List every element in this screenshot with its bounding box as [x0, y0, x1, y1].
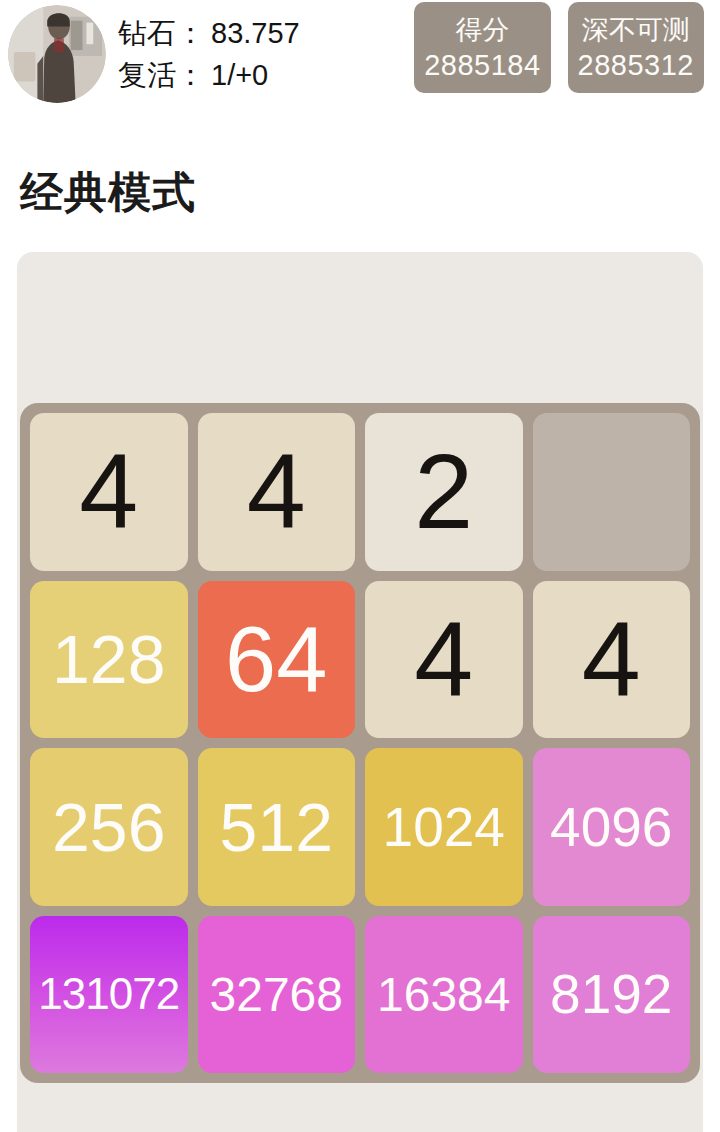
tile-16384-r4c3: 16384: [365, 916, 523, 1074]
tile-4096-r3c4: 4096: [533, 748, 691, 906]
tile-4-r1c2: 4: [198, 413, 356, 571]
tile-4-r1c1: 4: [30, 413, 188, 571]
tile-128-r2c1: 128: [30, 581, 188, 739]
tile-256-r3c1: 256: [30, 748, 188, 906]
rank-badge-value: 2885312: [578, 47, 694, 83]
revive-value: 1/+0: [211, 54, 268, 96]
rank-badge-label: 深不可测: [582, 13, 690, 47]
tile-4-r2c4: 4: [533, 581, 691, 739]
revive-label: 复活：: [118, 54, 205, 96]
score-badge-value: 2885184: [424, 47, 540, 83]
diamond-row: 钻石： 83.757: [118, 12, 300, 54]
tile-64-r2c2: 64: [198, 581, 356, 739]
avatar[interactable]: [8, 5, 106, 103]
tile-4-r2c3: 4: [365, 581, 523, 739]
tile-131072-r4c1: 131072: [30, 916, 188, 1074]
empty-cell-r1c4: [533, 413, 691, 571]
tile-32768-r4c2: 32768: [198, 916, 356, 1074]
tile-1024-r3c3: 1024: [365, 748, 523, 906]
board[interactable]: 4421286444256512102440961310723276816384…: [20, 403, 700, 1083]
tile-8192-r4c4: 8192: [533, 916, 691, 1074]
rank-badge: 深不可测 2885312: [568, 2, 704, 93]
tile-2-r1c3: 2: [365, 413, 523, 571]
revive-row: 复活： 1/+0: [118, 54, 300, 96]
score-badge: 得分 2885184: [414, 2, 550, 93]
mode-title: 经典模式: [20, 164, 196, 222]
score-badges: 得分 2885184 深不可测 2885312: [414, 2, 704, 93]
tile-512-r3c2: 512: [198, 748, 356, 906]
diamond-value: 83.757: [211, 12, 300, 54]
avatar-image: [8, 5, 106, 103]
player-stats: 钻石： 83.757 复活： 1/+0: [118, 12, 300, 96]
score-badge-label: 得分: [455, 13, 509, 47]
diamond-label: 钻石：: [118, 12, 205, 54]
